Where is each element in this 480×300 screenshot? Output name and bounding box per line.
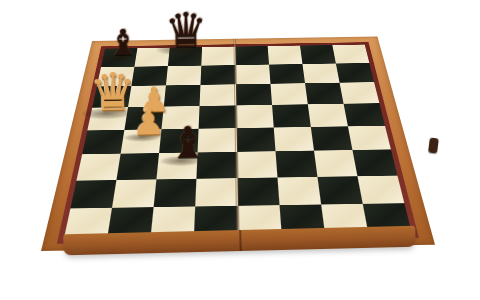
chess-board-photo: ♝♛♛♟♟♝ — [0, 0, 480, 300]
square-h5 — [343, 103, 384, 126]
piece-white-pawn-b4: ♟ — [130, 103, 168, 141]
board-tilt-wrapper: ♝♛♛♟♟♝ — [0, 0, 480, 300]
square-a3 — [76, 154, 120, 181]
square-g7 — [302, 63, 339, 83]
square-e6 — [235, 84, 271, 105]
square-e7 — [235, 64, 270, 84]
piece-black-queen-c8: ♛ — [162, 5, 211, 54]
clasp-icon — [428, 137, 439, 153]
square-f5 — [272, 104, 311, 127]
square-d6 — [200, 84, 236, 105]
pieces-layer: ♝♛♛♟♟♝ — [0, 0, 478, 4]
square-d7 — [201, 65, 236, 85]
square-g6 — [305, 83, 344, 104]
piece-shadows — [0, 0, 478, 4]
square-c7 — [166, 65, 201, 85]
square-h2 — [357, 175, 404, 204]
square-g4 — [311, 126, 353, 151]
piece-black-bishop-c3: ♝ — [166, 120, 211, 165]
square-h4 — [348, 125, 391, 150]
square-c2 — [154, 179, 197, 208]
square-e8 — [235, 46, 269, 65]
square-e2 — [237, 177, 279, 206]
square-f4 — [273, 127, 313, 152]
square-f6 — [270, 83, 307, 104]
square-f3 — [275, 151, 317, 178]
square-a4 — [82, 130, 124, 155]
square-f7 — [269, 64, 305, 84]
square-h8 — [332, 45, 369, 64]
square-g3 — [314, 150, 358, 177]
square-e4 — [236, 127, 275, 152]
square-h6 — [339, 82, 379, 103]
piece-black-bishop-a8: ♝ — [105, 25, 142, 62]
square-g8 — [300, 45, 336, 64]
square-f2 — [277, 177, 321, 206]
square-b3 — [117, 153, 160, 180]
square-h3 — [352, 149, 397, 176]
square-g2 — [317, 176, 362, 205]
square-h7 — [336, 63, 374, 83]
square-d2 — [196, 178, 238, 207]
square-g5 — [308, 104, 348, 127]
square-e3 — [237, 151, 278, 178]
square-b2 — [112, 179, 157, 208]
square-f8 — [267, 46, 302, 65]
square-a2 — [70, 180, 116, 209]
square-e5 — [236, 105, 274, 128]
